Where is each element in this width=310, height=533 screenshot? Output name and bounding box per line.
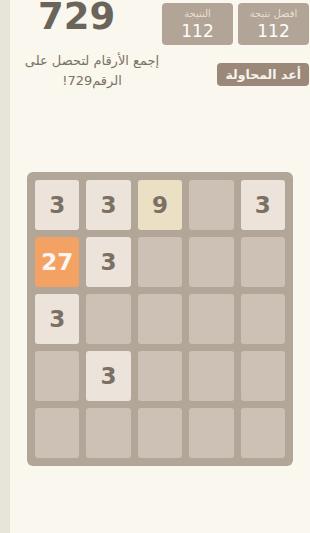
empty-cell — [86, 408, 130, 458]
game-title: 729 — [38, 0, 112, 40]
score-panel: النتيجة 112 افضل نتيجة 112 — [162, 3, 309, 45]
best-score-box: افضل نتيجة 112 — [238, 3, 309, 45]
empty-cell — [241, 237, 285, 287]
empty-cell — [241, 351, 285, 401]
empty-cell — [241, 294, 285, 344]
empty-cell — [138, 408, 182, 458]
best-score-value: 112 — [257, 22, 289, 40]
tile-9: 9 — [138, 180, 182, 230]
instructions-line-1: إجمع الأرقام لتحصل على — [25, 53, 159, 68]
restart-button[interactable]: أعد المحاولة — [217, 63, 309, 86]
empty-cell — [138, 351, 182, 401]
empty-cell — [189, 237, 233, 287]
game-instructions: إجمع الأرقام لتحصل على الرقم729! — [16, 51, 168, 91]
tile-3: 3 — [35, 180, 79, 230]
score-value: 112 — [181, 22, 213, 40]
empty-cell — [189, 294, 233, 344]
score-box: النتيجة 112 — [162, 3, 233, 45]
empty-cell — [86, 294, 130, 344]
tile-3: 3 — [86, 180, 130, 230]
empty-cell — [138, 294, 182, 344]
empty-cell — [138, 237, 182, 287]
tile-27: 27 — [35, 237, 79, 287]
best-score-label: افضل نتيجة — [250, 8, 298, 19]
tile-3: 3 — [86, 237, 130, 287]
tile-3: 3 — [86, 351, 130, 401]
game-board[interactable]: 339327333 — [27, 172, 293, 466]
empty-cell — [189, 351, 233, 401]
tile-3: 3 — [35, 294, 79, 344]
empty-cell — [241, 408, 285, 458]
empty-cell — [35, 351, 79, 401]
app-screen: 729 النتيجة 112 افضل نتيجة 112 إجمع الأر… — [10, 0, 310, 533]
empty-cell — [35, 408, 79, 458]
score-label: النتيجة — [184, 8, 211, 19]
empty-cell — [189, 408, 233, 458]
instructions-line-2: الرقم729! — [62, 73, 122, 88]
empty-cell — [189, 180, 233, 230]
tile-3: 3 — [241, 180, 285, 230]
